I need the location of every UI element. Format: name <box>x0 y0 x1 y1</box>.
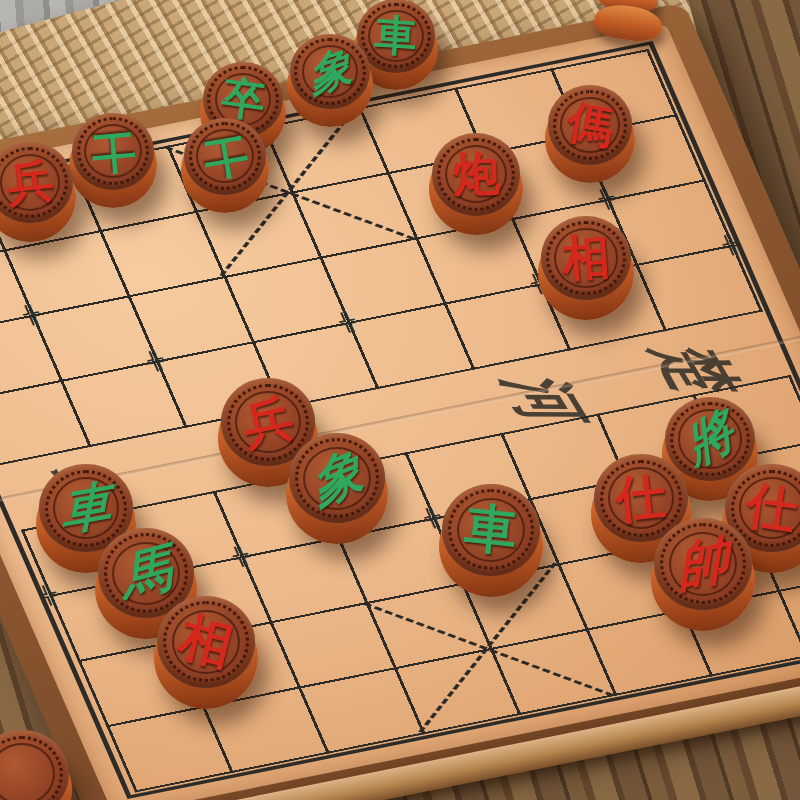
piece-character: 相 <box>172 601 239 682</box>
xiangqi-piece[interactable]: 車 <box>439 495 543 597</box>
xiangqi-piece[interactable]: 象 <box>286 444 388 544</box>
piece-face: 象 <box>289 433 385 523</box>
piece-character: 將 <box>678 397 742 480</box>
piece-character: 象 <box>305 435 369 522</box>
xiangqi-piece[interactable]: 傌 <box>545 95 635 183</box>
piece-face: 車 <box>442 484 540 576</box>
scene: { "game": "xiangqi", "title": "Wooden fo… <box>0 0 800 800</box>
xiangqi-piece[interactable]: 帥 <box>651 529 755 631</box>
xiangqi-piece[interactable]: 士 <box>181 127 269 213</box>
piece-character: 車 <box>461 492 520 567</box>
piece-face: 士 <box>72 113 155 190</box>
piece-character: 兵 <box>237 384 300 460</box>
piece-face: 相 <box>157 596 255 688</box>
piece-character: 傌 <box>563 91 618 158</box>
piece-character: 士 <box>198 123 252 189</box>
piece-character: 象 <box>304 36 355 107</box>
piece-character: 仕 <box>613 462 670 534</box>
xiangqi-piece[interactable]: 相 <box>538 226 634 320</box>
piece-character: 馬 <box>117 532 175 614</box>
piece-face: 帥 <box>654 518 752 610</box>
piece-character: 帥 <box>675 523 731 604</box>
piece-face: 炮 <box>432 133 520 216</box>
piece-face: 相 <box>541 216 631 301</box>
piece-face: 傌 <box>548 85 633 164</box>
piece-character: 相 <box>560 224 612 291</box>
xiangqi-piece[interactable]: 象 <box>287 43 373 127</box>
piece-face: 士 <box>184 118 267 195</box>
xiangqi-piece[interactable]: 士 <box>69 122 157 208</box>
piece-character: 士 <box>89 120 138 183</box>
xiangqi-piece[interactable]: 相 <box>154 607 258 709</box>
piece-character: 兵 <box>4 149 56 215</box>
piece-character: 車 <box>60 470 112 546</box>
piece-character: 仕 <box>743 472 800 545</box>
xiangqi-piece-back[interactable] <box>0 741 72 800</box>
xiangqi-piece[interactable]: 炮 <box>429 143 523 235</box>
piece-character: 炮 <box>451 142 500 207</box>
piece-face: 將 <box>665 397 755 482</box>
piece-face: 象 <box>290 34 371 110</box>
piece-character: 車 <box>373 6 419 65</box>
